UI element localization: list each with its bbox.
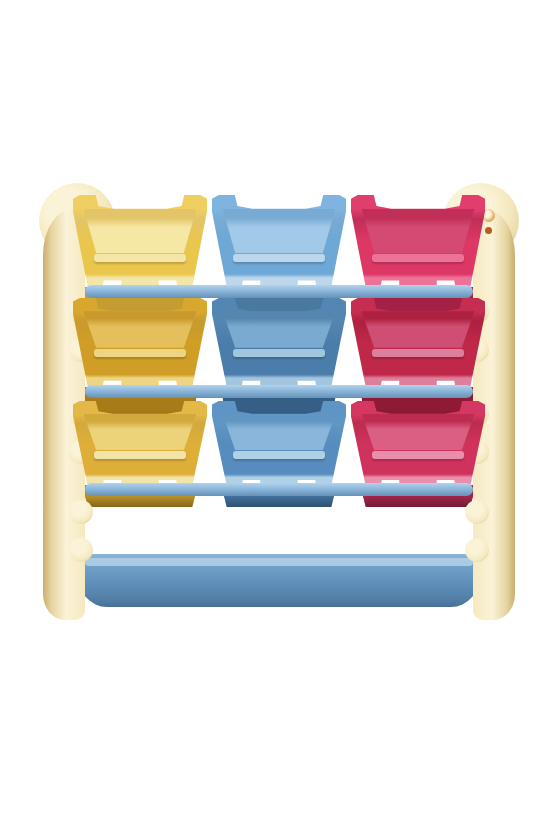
bin-interior xyxy=(82,311,197,347)
bin-front-lip xyxy=(372,254,463,262)
storage-bin-r3c3-pink xyxy=(351,401,485,486)
bin-front-lip xyxy=(94,349,185,357)
bin-interior xyxy=(82,209,197,253)
scallop-bump xyxy=(69,538,93,562)
bottom-shelf xyxy=(77,554,481,607)
bin-interior xyxy=(82,414,197,451)
toy-organizer xyxy=(33,183,525,620)
scallop-bump xyxy=(465,538,489,562)
bin-row-bottom xyxy=(73,401,485,486)
peg-dot-icon xyxy=(485,227,492,234)
scallop-bump xyxy=(465,500,489,524)
bin-front-lip xyxy=(94,451,185,459)
bin-front-lip xyxy=(372,451,463,459)
photo-canvas xyxy=(0,0,555,832)
bin-interior xyxy=(221,311,336,347)
bin-front-lip xyxy=(233,349,324,357)
scallop-bump xyxy=(69,500,93,524)
bin-row-middle xyxy=(73,298,485,387)
bin-interior xyxy=(360,414,475,451)
bin-interior xyxy=(360,311,475,347)
bin-interior xyxy=(221,414,336,451)
bin-interior xyxy=(360,209,475,253)
storage-bin-r3c1-yellow xyxy=(73,401,207,486)
support-rail-2 xyxy=(85,385,473,398)
bin-front-lip xyxy=(94,254,185,262)
bin-front-lip xyxy=(233,451,324,459)
storage-bin-r2c1-yellow xyxy=(73,298,207,387)
storage-bin-r1c2-blue xyxy=(212,195,346,287)
bin-front-lip xyxy=(233,254,324,262)
support-rail-3 xyxy=(85,483,473,496)
bin-row-top xyxy=(73,195,485,287)
storage-bin-r2c3-pink xyxy=(351,298,485,387)
storage-bin-r2c2-blue xyxy=(212,298,346,387)
storage-bin-r1c3-pink xyxy=(351,195,485,287)
bin-interior xyxy=(221,209,336,253)
storage-bin-r1c1-yellow xyxy=(73,195,207,287)
bin-front-lip xyxy=(372,349,463,357)
storage-bin-r3c2-blue xyxy=(212,401,346,486)
shelf-lip xyxy=(85,558,473,566)
support-rail-1 xyxy=(85,285,473,298)
